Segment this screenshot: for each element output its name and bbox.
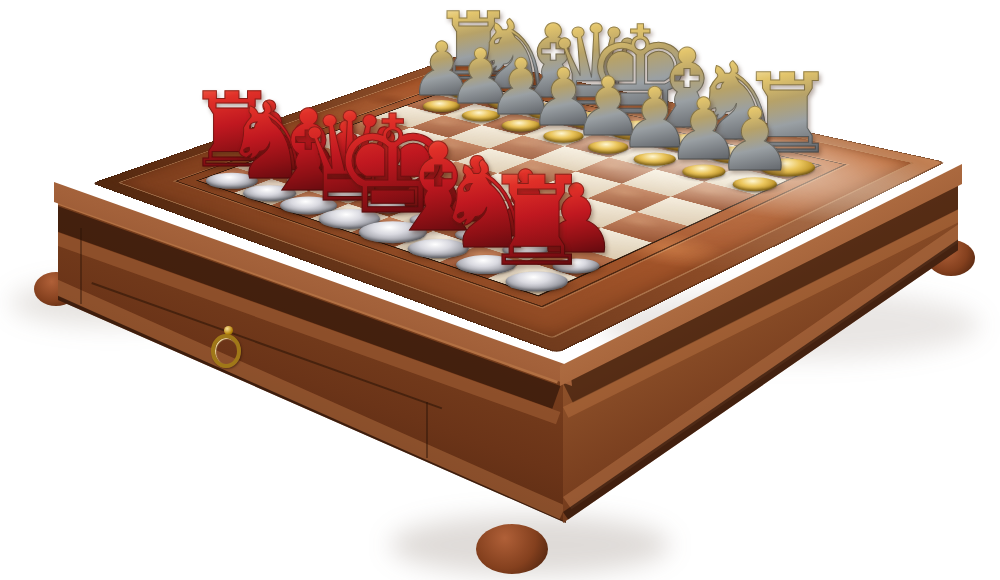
piece-red-rook-h1[interactable]: ♜ [481, 162, 592, 292]
piece-glyph: ♟ [716, 98, 794, 185]
piece-glyph: ♜ [482, 160, 593, 283]
corner-seam [80, 228, 82, 304]
drawer-ring-knob [224, 326, 233, 335]
piece-gray-pawn-h7[interactable]: ♟ [716, 99, 795, 191]
scene: chess ♜♞♝♛♚♝♞♜♟♟♟♟♟♟♟♟♟♟♟♟♟♟♟♟♜♞♝♛♚♝♞♜ [0, 0, 1000, 580]
bun-foot-near [476, 524, 548, 574]
drawer-ring-pull [211, 334, 241, 368]
drawer-edge-seam [426, 402, 428, 458]
game-caption: chess [0, 0, 1, 1]
